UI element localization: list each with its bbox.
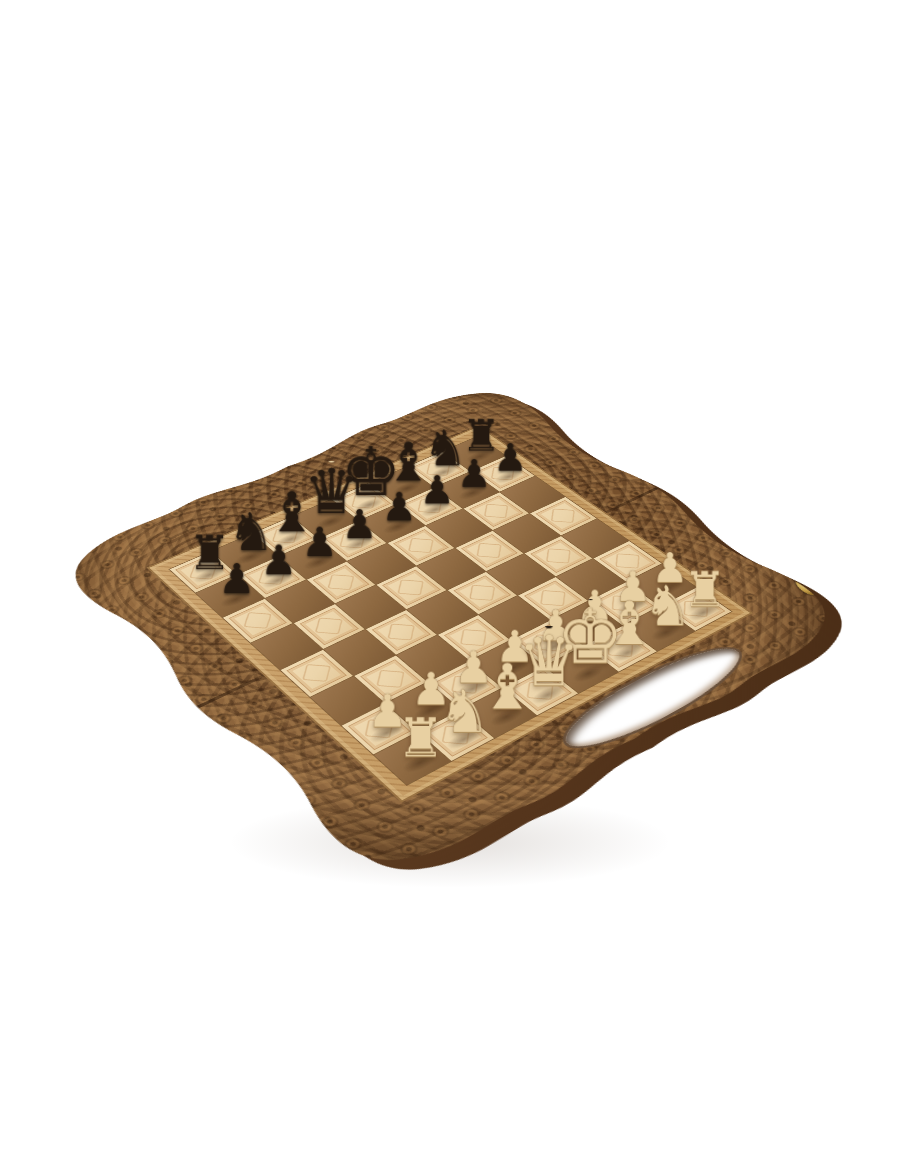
photo-background: ♜♞♝♛♚♝♞♜♟♟♟♟♟♟♟♟♟♟♟♟♟♟♟♟♜♞♝♛♚♝♞♜ [0, 0, 900, 1174]
piece-black-pawn[interactable]: ♟ [190, 559, 284, 600]
chess-set-scene: ♜♞♝♛♚♝♞♜♟♟♟♟♟♟♟♟♟♟♟♟♟♟♟♟♜♞♝♛♚♝♞♜ [0, 0, 900, 1174]
piece-white-rook[interactable]: ♜ [369, 710, 473, 764]
pieces-layer: ♜♞♝♛♚♝♞♜♟♟♟♟♟♟♟♟♟♟♟♟♟♟♟♟♜♞♝♛♚♝♞♜ [33, 370, 876, 902]
pieces-grid: ♜♞♝♛♚♝♞♜♟♟♟♟♟♟♟♟♟♟♟♟♟♟♟♟♜♞♝♛♚♝♞♜ [168, 434, 733, 784]
